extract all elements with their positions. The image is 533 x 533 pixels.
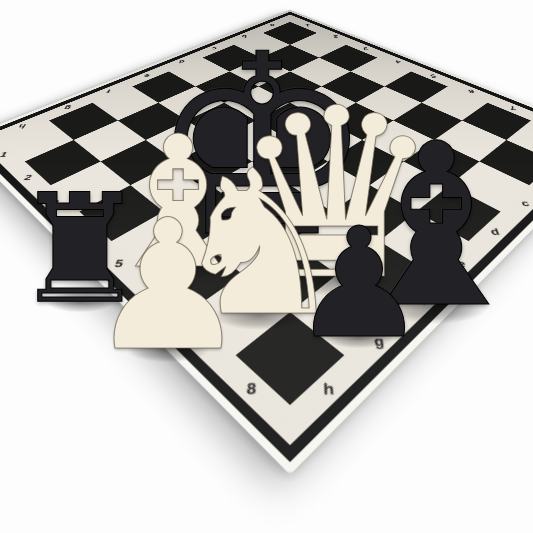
chessboard-photo: 12345678 12345678 abcdefgh abcdefgh ♚♝♛♜… [0, 0, 533, 533]
black-pawn[interactable]: ♟ [291, 208, 427, 360]
white-pawn[interactable]: ♟ [87, 196, 248, 376]
position-fen: 5bp1/5QNP/5kBr/8/8/8/8/8 [0, 0, 1, 1]
